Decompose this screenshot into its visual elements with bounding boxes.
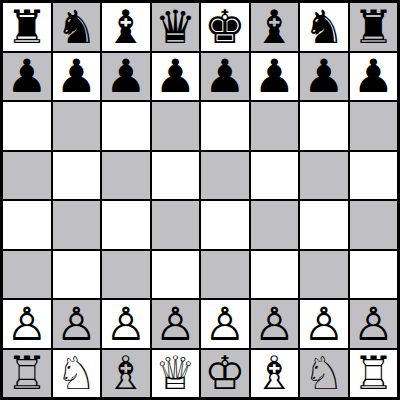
square-e1[interactable]: ♔ [201,350,249,398]
square-b4[interactable] [53,201,101,249]
square-c8[interactable]: ♝ [102,3,150,51]
square-c4[interactable] [102,201,150,249]
square-h6[interactable] [350,102,398,150]
square-e7[interactable]: ♟ [201,53,249,101]
square-h5[interactable] [350,152,398,200]
white-pawn-piece[interactable]: ♙ [204,301,245,347]
square-f7[interactable]: ♟ [251,53,299,101]
square-e3[interactable] [201,251,249,299]
square-a5[interactable] [3,152,51,200]
square-b6[interactable] [53,102,101,150]
black-pawn-piece[interactable]: ♟ [6,53,47,99]
square-c5[interactable] [102,152,150,200]
square-g8[interactable]: ♞ [300,3,348,51]
square-d8[interactable]: ♛ [152,3,200,51]
square-f1[interactable]: ♗ [251,350,299,398]
square-e8[interactable]: ♚ [201,3,249,51]
white-pawn-piece[interactable]: ♙ [6,301,47,347]
square-e6[interactable] [201,102,249,150]
square-d1[interactable]: ♕ [152,350,200,398]
white-pawn-piece[interactable]: ♙ [254,301,295,347]
square-d2[interactable]: ♙ [152,300,200,348]
black-pawn-piece[interactable]: ♟ [303,53,344,99]
square-a1[interactable]: ♖ [3,350,51,398]
square-h2[interactable]: ♙ [350,300,398,348]
square-f2[interactable]: ♙ [251,300,299,348]
square-c6[interactable] [102,102,150,150]
square-g3[interactable] [300,251,348,299]
square-a7[interactable]: ♟ [3,53,51,101]
white-knight-piece[interactable]: ♘ [56,350,97,396]
white-pawn-piece[interactable]: ♙ [353,301,394,347]
square-h3[interactable] [350,251,398,299]
square-f4[interactable] [251,201,299,249]
black-pawn-piece[interactable]: ♟ [105,53,146,99]
square-b8[interactable]: ♞ [53,3,101,51]
white-pawn-piece[interactable]: ♙ [56,301,97,347]
square-b3[interactable] [53,251,101,299]
white-rook-piece[interactable]: ♖ [353,350,394,396]
square-a6[interactable] [3,102,51,150]
square-c3[interactable] [102,251,150,299]
square-g1[interactable]: ♘ [300,350,348,398]
chess-board: ♜♞♝♛♚♝♞♜♟♟♟♟♟♟♟♟♙♙♙♙♙♙♙♙♖♘♗♕♔♗♘♖ [0,0,400,400]
black-queen-piece[interactable]: ♛ [155,4,196,50]
black-king-piece[interactable]: ♚ [204,4,245,50]
square-h8[interactable]: ♜ [350,3,398,51]
white-bishop-piece[interactable]: ♗ [105,350,146,396]
square-f8[interactable]: ♝ [251,3,299,51]
square-h4[interactable] [350,201,398,249]
square-a3[interactable] [3,251,51,299]
white-bishop-piece[interactable]: ♗ [254,350,295,396]
square-g4[interactable] [300,201,348,249]
square-c2[interactable]: ♙ [102,300,150,348]
square-e5[interactable] [201,152,249,200]
white-king-piece[interactable]: ♔ [204,350,245,396]
square-b7[interactable]: ♟ [53,53,101,101]
square-d6[interactable] [152,102,200,150]
white-pawn-piece[interactable]: ♙ [155,301,196,347]
square-b5[interactable] [53,152,101,200]
square-g2[interactable]: ♙ [300,300,348,348]
square-c7[interactable]: ♟ [102,53,150,101]
square-g6[interactable] [300,102,348,150]
black-knight-piece[interactable]: ♞ [303,4,344,50]
square-e4[interactable] [201,201,249,249]
black-pawn-piece[interactable]: ♟ [204,53,245,99]
square-h1[interactable]: ♖ [350,350,398,398]
square-f5[interactable] [251,152,299,200]
white-knight-piece[interactable]: ♘ [303,350,344,396]
black-pawn-piece[interactable]: ♟ [155,53,196,99]
square-a2[interactable]: ♙ [3,300,51,348]
square-e2[interactable]: ♙ [201,300,249,348]
square-h7[interactable]: ♟ [350,53,398,101]
square-a8[interactable]: ♜ [3,3,51,51]
white-rook-piece[interactable]: ♖ [6,350,47,396]
square-g5[interactable] [300,152,348,200]
black-rook-piece[interactable]: ♜ [6,4,47,50]
square-d4[interactable] [152,201,200,249]
square-f6[interactable] [251,102,299,150]
square-d5[interactable] [152,152,200,200]
black-pawn-piece[interactable]: ♟ [353,53,394,99]
black-knight-piece[interactable]: ♞ [56,4,97,50]
black-pawn-piece[interactable]: ♟ [56,53,97,99]
square-b2[interactable]: ♙ [53,300,101,348]
square-f3[interactable] [251,251,299,299]
square-b1[interactable]: ♘ [53,350,101,398]
square-d7[interactable]: ♟ [152,53,200,101]
black-rook-piece[interactable]: ♜ [353,4,394,50]
square-g7[interactable]: ♟ [300,53,348,101]
black-bishop-piece[interactable]: ♝ [254,4,295,50]
white-pawn-piece[interactable]: ♙ [303,301,344,347]
square-d3[interactable] [152,251,200,299]
black-pawn-piece[interactable]: ♟ [254,53,295,99]
square-a4[interactable] [3,201,51,249]
black-bishop-piece[interactable]: ♝ [105,4,146,50]
white-pawn-piece[interactable]: ♙ [105,301,146,347]
white-queen-piece[interactable]: ♕ [155,350,196,396]
square-c1[interactable]: ♗ [102,350,150,398]
